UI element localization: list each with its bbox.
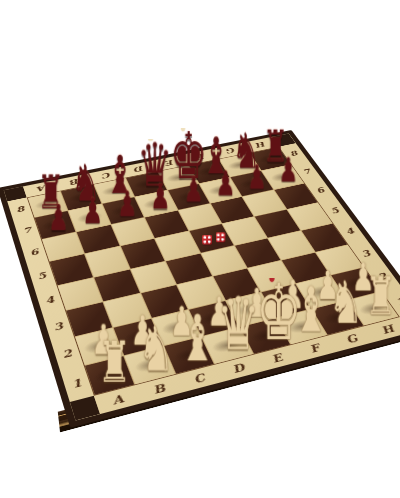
board-frame: ABCDEFGH ABCDEFGH 87654321 87654321 ♜♞♝♛… <box>4 134 400 421</box>
red-die[interactable] <box>216 232 226 242</box>
piece-black-pawn[interactable]: ♟ <box>244 161 270 192</box>
piece-white-king[interactable]: ♚ <box>255 278 287 348</box>
scene: ABCDEFGH ABCDEFGH 87654321 87654321 ♜♞♝♛… <box>0 0 400 498</box>
piece-black-pawn[interactable]: ♟ <box>180 174 207 205</box>
piece-black-pawn[interactable]: ♟ <box>147 181 174 212</box>
piece-white-rook[interactable]: ♜ <box>98 337 131 388</box>
piece-black-pawn[interactable]: ♟ <box>212 168 238 199</box>
square-b5[interactable] <box>85 246 129 276</box>
piece-white-queen[interactable]: ♛ <box>217 292 249 357</box>
chess-board: ABCDEFGH ABCDEFGH 87654321 87654321 ♜♞♝♛… <box>0 130 400 428</box>
square-c5[interactable] <box>121 239 165 269</box>
piece-white-knight[interactable]: ♞ <box>138 322 171 378</box>
piece-black-pawn[interactable]: ♟ <box>275 155 301 185</box>
product-photo-canvas: ABCDEFGH ABCDEFGH 87654321 87654321 ♜♞♝♛… <box>0 0 400 498</box>
piece-black-pawn[interactable]: ♟ <box>113 188 140 220</box>
piece-white-bishop[interactable]: ♝ <box>178 310 210 367</box>
piece-white-knight[interactable]: ♞ <box>329 276 360 329</box>
piece-white-rook[interactable]: ♜ <box>365 272 396 319</box>
piece-black-pawn[interactable]: ♟ <box>79 195 106 227</box>
square-g4[interactable] <box>268 231 314 260</box>
red-die[interactable] <box>202 234 212 244</box>
piece-black-pawn[interactable]: ♟ <box>45 202 73 234</box>
